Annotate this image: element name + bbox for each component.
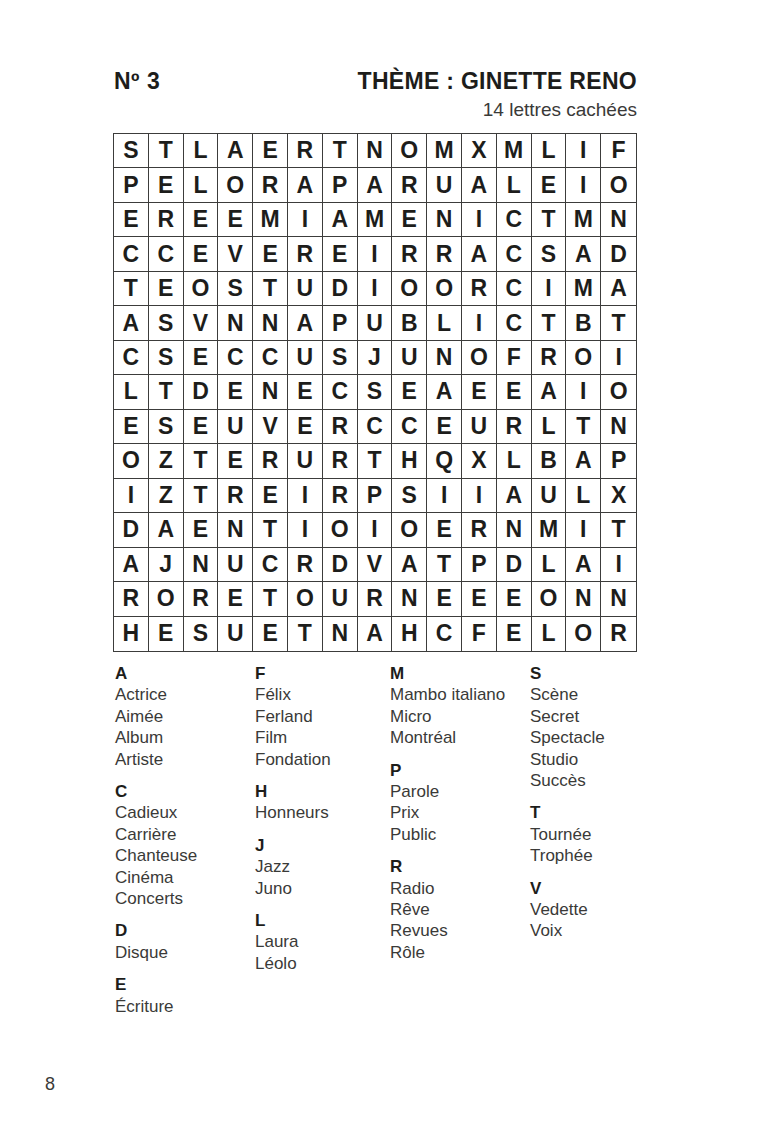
grid-cell[interactable]: E [253,134,288,168]
grid-cell[interactable]: A [218,134,253,168]
grid-cell[interactable]: I [532,272,567,306]
grid-cell[interactable]: V [218,237,253,271]
grid-cell[interactable]: O [532,582,567,616]
word-item: Montréal [390,727,530,748]
grid-cell[interactable]: A [392,548,427,582]
grid-cell[interactable]: T [532,203,567,237]
grid-cell[interactable]: P [358,479,393,513]
grid-cell[interactable]: R [601,617,636,651]
grid-cell[interactable]: N [601,203,636,237]
grid-cell[interactable]: Z [149,444,184,478]
grid-cell[interactable]: B [566,306,601,340]
grid-cell[interactable]: S [149,410,184,444]
grid-cell[interactable]: I [601,341,636,375]
grid-cell[interactable]: U [288,341,323,375]
grid-cell[interactable]: U [288,444,323,478]
word-group-letter: J [255,835,390,856]
grid-cell[interactable]: E [392,203,427,237]
grid-cell[interactable]: D [497,548,532,582]
grid-cell[interactable]: A [358,168,393,202]
grid-cell[interactable]: J [358,341,393,375]
word-group-letter: E [115,974,255,995]
word-item: Public [390,824,530,845]
grid-cell[interactable]: A [532,375,567,409]
grid-cell[interactable]: I [358,237,393,271]
grid-cell[interactable]: X [601,479,636,513]
grid-cell[interactable]: E [149,617,184,651]
grid-cell[interactable]: N [323,617,358,651]
grid-cell[interactable]: I [566,168,601,202]
puzzle-number: Nº 3 [114,68,160,95]
word-item: Film [255,727,390,748]
grid-cell[interactable]: I [288,203,323,237]
grid-cell[interactable]: S [114,134,149,168]
grid-cell[interactable]: O [566,341,601,375]
grid-cell[interactable]: L [532,410,567,444]
grid-cell[interactable]: I [462,306,497,340]
grid-cell[interactable]: C [149,237,184,271]
grid-cell[interactable]: P [323,306,358,340]
word-item: Voix [530,920,675,941]
grid-cell[interactable]: C [358,410,393,444]
puzzle-theme-title: THÈME : GINETTE RENO [358,68,637,95]
word-group-letter: R [390,856,530,877]
grid-cell[interactable]: B [392,306,427,340]
grid-cell[interactable]: C [392,410,427,444]
grid-cell[interactable]: O [601,168,636,202]
grid-cell[interactable]: S [392,479,427,513]
grid-cell[interactable]: U [218,548,253,582]
grid-cell[interactable]: A [427,375,462,409]
grid-cell[interactable]: R [288,134,323,168]
grid-cell[interactable]: O [184,272,219,306]
grid-cell[interactable]: A [601,272,636,306]
grid-cell[interactable]: A [358,617,393,651]
word-item: Disque [115,942,255,963]
grid-cell[interactable]: I [566,134,601,168]
grid-cell[interactable]: S [184,617,219,651]
grid-cell[interactable]: C [497,203,532,237]
grid-cell[interactable]: S [358,375,393,409]
grid-cell[interactable]: U [358,306,393,340]
word-item: Juno [255,878,390,899]
grid-cell[interactable]: R [323,410,358,444]
grid-cell[interactable]: T [358,444,393,478]
grid-cell[interactable]: E [288,375,323,409]
grid-cell[interactable]: U [532,479,567,513]
grid-cell[interactable]: I [601,548,636,582]
grid-cell[interactable]: E [184,203,219,237]
grid-cell[interactable]: C [253,341,288,375]
word-group-letter: M [390,663,530,684]
grid-cell[interactable]: T [566,410,601,444]
grid-cell[interactable]: L [532,617,567,651]
grid-cell[interactable]: U [427,168,462,202]
grid-cell[interactable]: D [184,375,219,409]
grid-cell[interactable]: L [532,134,567,168]
grid-cell[interactable]: V [253,410,288,444]
grid-cell[interactable]: D [323,548,358,582]
word-group-letter: H [255,781,390,802]
word-list-column: FFélixFerlandFilmFondationHHonneursJJazz… [255,663,390,1017]
word-item: Aimée [115,706,255,727]
word-item: Cadieux [115,802,255,823]
grid-cell[interactable]: M [532,513,567,547]
grid-cell[interactable]: D [114,513,149,547]
word-item: Vedette [530,899,675,920]
grid-cell[interactable]: V [184,306,219,340]
grid-cell[interactable]: A [462,237,497,271]
grid-cell[interactable]: M [566,203,601,237]
page-number: 8 [45,1074,55,1095]
hidden-letters-subtitle: 14 lettres cachées [483,99,637,121]
grid-cell[interactable]: L [532,548,567,582]
grid-cell[interactable]: I [427,479,462,513]
word-item: Actrice [115,684,255,705]
grid-cell[interactable]: N [566,582,601,616]
grid-cell[interactable]: I [288,479,323,513]
grid-cell[interactable]: O [149,582,184,616]
grid-cell[interactable]: R [218,479,253,513]
grid-cell[interactable]: O [288,582,323,616]
grid-cell[interactable]: T [532,306,567,340]
grid-cell[interactable]: P [462,548,497,582]
grid-cell[interactable]: R [392,237,427,271]
grid-cell[interactable]: C [218,341,253,375]
grid-cell[interactable]: D [323,272,358,306]
grid-cell[interactable]: E [288,410,323,444]
grid-cell[interactable]: C [253,548,288,582]
word-item: Mambo italiano [390,684,530,705]
grid-cell[interactable]: L [184,134,219,168]
grid-cell[interactable]: V [358,548,393,582]
grid-cell[interactable]: R [462,513,497,547]
grid-cell[interactable]: Z [149,479,184,513]
grid-cell[interactable]: E [218,444,253,478]
grid-cell[interactable]: E [532,168,567,202]
word-item: Secret [530,706,675,727]
grid-cell[interactable]: O [427,272,462,306]
grid-cell[interactable]: C [497,237,532,271]
grid-cell[interactable]: H [392,617,427,651]
grid-cell[interactable]: F [462,617,497,651]
grid-cell[interactable]: S [149,341,184,375]
grid-cell[interactable]: A [497,479,532,513]
grid-cell[interactable]: D [601,237,636,271]
word-item: Radio [390,878,530,899]
grid-cell[interactable]: C [497,272,532,306]
word-list-column: AActriceAiméeAlbumArtisteCCadieuxCarrièr… [115,663,255,1017]
grid-cell[interactable]: O [114,444,149,478]
grid-cell[interactable]: Q [427,444,462,478]
grid-cell[interactable]: E [253,617,288,651]
grid-cell[interactable]: E [184,341,219,375]
grid-cell[interactable]: O [392,272,427,306]
grid-cell[interactable]: E [427,410,462,444]
grid-cell[interactable]: P [114,168,149,202]
grid-cell[interactable]: A [288,168,323,202]
grid-cell[interactable]: E [427,582,462,616]
grid-cell[interactable]: I [288,513,323,547]
word-item: Revues [390,920,530,941]
grid-cell[interactable]: T [184,444,219,478]
grid-cell[interactable]: E [149,272,184,306]
word-item: Cinéma [115,867,255,888]
grid-cell[interactable]: L [497,444,532,478]
grid-cell[interactable]: A [114,548,149,582]
grid-cell[interactable]: T [601,306,636,340]
word-item: Tournée [530,824,675,845]
word-item: Jazz [255,856,390,877]
grid-cell[interactable]: A [323,203,358,237]
grid-cell[interactable]: M [566,272,601,306]
grid-cell[interactable]: E [462,375,497,409]
grid-cell[interactable]: M [253,203,288,237]
grid-cell[interactable]: M [497,134,532,168]
grid-cell[interactable]: I [566,375,601,409]
grid-cell[interactable]: I [462,203,497,237]
word-item: Micro [390,706,530,727]
grid-cell[interactable]: U [218,410,253,444]
grid-cell[interactable]: H [114,617,149,651]
word-list-column: MMambo italianoMicroMontréalPParolePrixP… [390,663,530,1017]
word-item: Concerts [115,888,255,909]
grid-cell[interactable]: O [392,513,427,547]
grid-cell[interactable]: A [149,513,184,547]
grid-cell[interactable]: T [253,513,288,547]
grid-cell[interactable]: C [497,306,532,340]
grid-cell[interactable]: A [114,306,149,340]
grid-cell[interactable]: S [532,237,567,271]
word-item: Succès [530,770,675,791]
grid-cell[interactable]: R [288,237,323,271]
grid-cell[interactable]: R [358,582,393,616]
grid-cell[interactable]: E [114,203,149,237]
word-list-column: SScèneSecretSpectacleStudioSuccèsTTourné… [530,663,675,1017]
grid-cell[interactable]: N [601,410,636,444]
grid-cell[interactable]: E [392,375,427,409]
grid-cell[interactable]: C [427,617,462,651]
grid-cell[interactable]: U [392,341,427,375]
grid-cell[interactable]: T [253,582,288,616]
word-list: AActriceAiméeAlbumArtisteCCadieuxCarrièr… [115,663,675,1017]
grid-cell[interactable]: E [114,410,149,444]
grid-cell[interactable]: H [392,444,427,478]
grid-cell[interactable]: I [358,513,393,547]
word-group-letter: A [115,663,255,684]
word-item: Laura [255,931,390,952]
grid-cell[interactable]: T [253,272,288,306]
grid-cell[interactable]: P [601,444,636,478]
word-group-letter: T [530,802,675,823]
grid-cell[interactable]: N [601,582,636,616]
grid-cell[interactable]: O [218,168,253,202]
grid-cell[interactable]: F [497,341,532,375]
grid-cell[interactable]: T [427,548,462,582]
word-item: Félix [255,684,390,705]
word-group-letter: C [115,781,255,802]
grid-cell[interactable]: E [184,237,219,271]
grid-cell[interactable]: N [392,582,427,616]
grid-cell[interactable]: R [114,582,149,616]
word-item: Ferland [255,706,390,727]
grid-cell[interactable]: T [114,272,149,306]
grid-cell[interactable]: U [218,617,253,651]
grid-cell[interactable]: M [358,203,393,237]
grid-cell[interactable]: C [323,375,358,409]
grid-cell[interactable]: E [427,513,462,547]
grid-cell[interactable]: T [149,375,184,409]
grid-cell[interactable]: R [184,582,219,616]
grid-cell[interactable]: N [218,513,253,547]
grid-cell[interactable]: N [218,306,253,340]
grid-cell[interactable]: R [323,444,358,478]
grid-cell[interactable]: A [566,444,601,478]
grid-cell[interactable]: E [218,203,253,237]
grid-cell[interactable]: T [601,513,636,547]
grid-cell[interactable]: R [253,444,288,478]
grid-cell[interactable]: N [184,548,219,582]
grid-cell[interactable]: F [601,134,636,168]
word-group-letter: V [530,878,675,899]
word-item: Chanteuse [115,845,255,866]
grid-cell[interactable]: O [566,617,601,651]
grid-cell[interactable]: R [149,203,184,237]
grid-cell[interactable]: E [184,410,219,444]
word-group-letter: D [115,920,255,941]
word-group-letter: F [255,663,390,684]
puzzle-page: Nº 3 THÈME : GINETTE RENO 14 lettres cac… [0,0,760,1136]
grid-cell[interactable]: R [497,410,532,444]
grid-cell[interactable]: N [427,341,462,375]
grid-cell[interactable]: P [323,168,358,202]
grid-cell[interactable]: R [253,168,288,202]
word-group-letter: L [255,910,390,931]
grid-cell[interactable]: R [288,548,323,582]
grid-cell[interactable]: N [358,134,393,168]
grid-cell[interactable]: A [288,306,323,340]
grid-cell[interactable]: N [427,203,462,237]
grid-cell[interactable]: O [601,375,636,409]
word-item: Spectacle [530,727,675,748]
grid-cell[interactable]: E [253,479,288,513]
grid-cell[interactable]: N [497,513,532,547]
grid-cell[interactable]: E [323,237,358,271]
grid-cell[interactable]: T [149,134,184,168]
grid-cell[interactable]: A [462,168,497,202]
grid-cell[interactable]: U [462,410,497,444]
word-item: Fondation [255,749,390,770]
word-group-letter: S [530,663,675,684]
grid-cell[interactable]: R [392,168,427,202]
word-item: Album [115,727,255,748]
grid-cell[interactable]: U [288,272,323,306]
grid-cell[interactable]: R [532,341,567,375]
word-item: Léolo [255,953,390,974]
word-search-grid: STLAERTNOMXMLIFPELORAPARUALEIOEREEMIAMEN… [113,133,637,652]
grid-cell[interactable]: I [566,513,601,547]
grid-cell[interactable]: E [149,168,184,202]
grid-cell[interactable]: C [114,341,149,375]
grid-cell[interactable]: T [323,134,358,168]
grid-cell[interactable]: T [288,617,323,651]
word-item: Prix [390,802,530,823]
grid-cell[interactable]: R [427,237,462,271]
grid-cell[interactable]: E [218,582,253,616]
grid-cell[interactable]: A [566,548,601,582]
grid-cell[interactable]: N [253,306,288,340]
grid-cell[interactable]: O [323,513,358,547]
grid-cell[interactable]: E [462,582,497,616]
grid-cell[interactable]: E [253,237,288,271]
grid-cell[interactable]: L [114,375,149,409]
grid-cell[interactable]: E [497,375,532,409]
word-item: Rêve [390,899,530,920]
grid-cell[interactable]: S [149,306,184,340]
grid-cell[interactable]: L [184,168,219,202]
grid-cell[interactable]: E [497,582,532,616]
grid-cell[interactable]: L [497,168,532,202]
word-item: Honneurs [255,802,390,823]
word-item: Carrière [115,824,255,845]
grid-cell[interactable]: O [392,134,427,168]
grid-cell[interactable]: E [184,513,219,547]
grid-cell[interactable]: N [253,375,288,409]
grid-cell[interactable]: S [323,341,358,375]
grid-cell[interactable]: X [462,444,497,478]
grid-cell[interactable]: S [218,272,253,306]
word-item: Scène [530,684,675,705]
grid-cell[interactable]: X [462,134,497,168]
grid-cell[interactable]: O [462,341,497,375]
grid-cell[interactable]: L [427,306,462,340]
grid-cell[interactable]: J [149,548,184,582]
grid-cell[interactable]: E [218,375,253,409]
grid-cell[interactable]: A [566,237,601,271]
grid-cell[interactable]: E [497,617,532,651]
word-group-letter: P [390,760,530,781]
word-item: Studio [530,749,675,770]
word-item: Parole [390,781,530,802]
grid-cell[interactable]: I [358,272,393,306]
word-item: Trophée [530,845,675,866]
grid-cell[interactable]: B [532,444,567,478]
grid-cell[interactable]: R [323,479,358,513]
word-item: Écriture [115,996,255,1017]
word-item: Artiste [115,749,255,770]
grid-cell[interactable]: C [114,237,149,271]
word-item: Rôle [390,942,530,963]
grid-cell[interactable]: R [462,272,497,306]
grid-cell[interactable]: U [323,582,358,616]
grid-cell[interactable]: T [184,479,219,513]
grid-cell[interactable]: L [566,479,601,513]
grid-cell[interactable]: M [427,134,462,168]
grid-cell[interactable]: I [114,479,149,513]
grid-cell[interactable]: I [462,479,497,513]
